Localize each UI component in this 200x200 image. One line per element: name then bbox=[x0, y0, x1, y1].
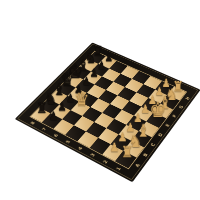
product-photo-background: ♜♞♝♛♚♝♞♜♟♟♟♟♟♟♟♟♛♟♟♟♟♟♟♟♟♜♞♝♚♝♞♜ ABCDEFG… bbox=[0, 0, 200, 200]
black-rook-piece: ♜ bbox=[87, 45, 109, 58]
rank-label-6: 6 bbox=[49, 131, 63, 140]
square-f2: ♟ bbox=[141, 98, 160, 112]
